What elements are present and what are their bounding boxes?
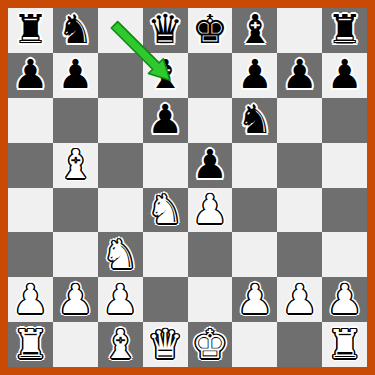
square-a5[interactable] <box>8 143 53 188</box>
square-f5[interactable] <box>232 143 277 188</box>
black-bishop[interactable]: ♝ <box>237 9 273 49</box>
square-d2[interactable] <box>143 277 188 322</box>
square-h6[interactable] <box>322 98 367 143</box>
square-b3[interactable] <box>53 232 98 277</box>
white-pawn[interactable]: ♟ <box>102 279 138 319</box>
square-f3[interactable] <box>232 232 277 277</box>
square-e2[interactable] <box>188 277 233 322</box>
square-a1[interactable]: ♜ <box>8 322 53 367</box>
board-frame: ♜♞♛♚♝♜♟♟♝♟♟♟♟♞♝♟♞♟♞♟♟♟♟♟♟♜♝♛♚♜ <box>0 0 375 375</box>
square-a8[interactable]: ♜ <box>8 8 53 53</box>
square-h8[interactable]: ♜ <box>322 8 367 53</box>
square-g1[interactable] <box>277 322 322 367</box>
square-b8[interactable]: ♞ <box>53 8 98 53</box>
white-pawn[interactable]: ♟ <box>192 189 228 229</box>
black-pawn[interactable]: ♟ <box>282 54 318 94</box>
black-king[interactable]: ♚ <box>192 9 228 49</box>
square-d3[interactable] <box>143 232 188 277</box>
square-g3[interactable] <box>277 232 322 277</box>
square-d5[interactable] <box>143 143 188 188</box>
black-knight[interactable]: ♞ <box>57 9 93 49</box>
square-h4[interactable] <box>322 188 367 233</box>
white-queen[interactable]: ♛ <box>147 324 183 364</box>
square-g5[interactable] <box>277 143 322 188</box>
square-d1[interactable]: ♛ <box>143 322 188 367</box>
square-h5[interactable] <box>322 143 367 188</box>
black-pawn[interactable]: ♟ <box>13 54 49 94</box>
square-b4[interactable] <box>53 188 98 233</box>
white-pawn[interactable]: ♟ <box>282 279 318 319</box>
white-bishop[interactable]: ♝ <box>57 144 93 184</box>
square-g2[interactable]: ♟ <box>277 277 322 322</box>
black-pawn[interactable]: ♟ <box>327 54 363 94</box>
square-e1[interactable]: ♚ <box>188 322 233 367</box>
square-c7[interactable] <box>98 53 143 98</box>
square-h2[interactable]: ♟ <box>322 277 367 322</box>
black-knight[interactable]: ♞ <box>237 99 273 139</box>
black-bishop[interactable]: ♝ <box>147 54 183 94</box>
square-c2[interactable]: ♟ <box>98 277 143 322</box>
black-pawn[interactable]: ♟ <box>237 54 273 94</box>
square-d8[interactable]: ♛ <box>143 8 188 53</box>
square-b5[interactable]: ♝ <box>53 143 98 188</box>
square-a7[interactable]: ♟ <box>8 53 53 98</box>
square-h7[interactable]: ♟ <box>322 53 367 98</box>
square-g8[interactable] <box>277 8 322 53</box>
white-pawn[interactable]: ♟ <box>327 279 363 319</box>
square-e6[interactable] <box>188 98 233 143</box>
square-c8[interactable] <box>98 8 143 53</box>
square-e7[interactable] <box>188 53 233 98</box>
square-c3[interactable]: ♞ <box>98 232 143 277</box>
square-c4[interactable] <box>98 188 143 233</box>
black-rook[interactable]: ♜ <box>327 9 363 49</box>
black-rook[interactable]: ♜ <box>13 9 49 49</box>
square-g7[interactable]: ♟ <box>277 53 322 98</box>
white-bishop[interactable]: ♝ <box>102 324 138 364</box>
white-pawn[interactable]: ♟ <box>13 279 49 319</box>
square-f2[interactable]: ♟ <box>232 277 277 322</box>
chess-board: ♜♞♛♚♝♜♟♟♝♟♟♟♟♞♝♟♞♟♞♟♟♟♟♟♟♜♝♛♚♜ <box>8 8 367 367</box>
black-queen[interactable]: ♛ <box>147 9 183 49</box>
square-b6[interactable] <box>53 98 98 143</box>
white-pawn[interactable]: ♟ <box>57 279 93 319</box>
square-a3[interactable] <box>8 232 53 277</box>
square-c1[interactable]: ♝ <box>98 322 143 367</box>
white-king[interactable]: ♚ <box>192 324 228 364</box>
square-f1[interactable] <box>232 322 277 367</box>
square-f7[interactable]: ♟ <box>232 53 277 98</box>
square-b7[interactable]: ♟ <box>53 53 98 98</box>
square-e5[interactable]: ♟ <box>188 143 233 188</box>
square-f6[interactable]: ♞ <box>232 98 277 143</box>
white-pawn[interactable]: ♟ <box>237 279 273 319</box>
square-d7[interactable]: ♝ <box>143 53 188 98</box>
square-e4[interactable]: ♟ <box>188 188 233 233</box>
black-pawn[interactable]: ♟ <box>147 99 183 139</box>
black-pawn[interactable]: ♟ <box>192 144 228 184</box>
square-d4[interactable]: ♞ <box>143 188 188 233</box>
square-c6[interactable] <box>98 98 143 143</box>
white-knight[interactable]: ♞ <box>102 234 138 274</box>
square-d6[interactable]: ♟ <box>143 98 188 143</box>
square-f8[interactable]: ♝ <box>232 8 277 53</box>
square-c5[interactable] <box>98 143 143 188</box>
square-e3[interactable] <box>188 232 233 277</box>
square-b2[interactable]: ♟ <box>53 277 98 322</box>
square-a4[interactable] <box>8 188 53 233</box>
white-knight[interactable]: ♞ <box>147 189 183 229</box>
square-a2[interactable]: ♟ <box>8 277 53 322</box>
black-pawn[interactable]: ♟ <box>57 54 93 94</box>
square-e8[interactable]: ♚ <box>188 8 233 53</box>
square-h1[interactable]: ♜ <box>322 322 367 367</box>
white-rook[interactable]: ♜ <box>327 324 363 364</box>
white-rook[interactable]: ♜ <box>13 324 49 364</box>
square-b1[interactable] <box>53 322 98 367</box>
square-a6[interactable] <box>8 98 53 143</box>
square-h3[interactable] <box>322 232 367 277</box>
square-g6[interactable] <box>277 98 322 143</box>
square-f4[interactable] <box>232 188 277 233</box>
square-g4[interactable] <box>277 188 322 233</box>
